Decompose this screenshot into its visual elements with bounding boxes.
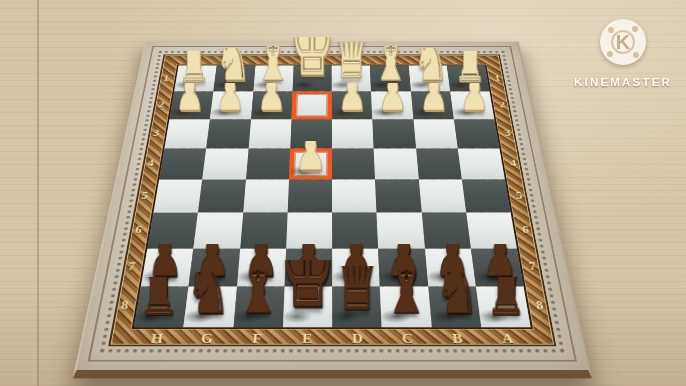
piece-white-pawn-f2[interactable]: ♟ <box>241 83 302 118</box>
wooden-desk-background: 12345678 12345678 HGFEDCBA ♜♞♝♚♛♝♞♜♟♟♟♟♟… <box>0 0 686 386</box>
square-e4[interactable]: ♟ <box>289 148 332 179</box>
square-g5[interactable] <box>198 180 245 213</box>
chessboard: 12345678 12345678 HGFEDCBA ♜♞♝♚♛♝♞♜♟♟♟♟♟… <box>73 42 593 379</box>
piece-white-pawn-a2[interactable]: ♟ <box>444 83 505 118</box>
chessboard-scene: 12345678 12345678 HGFEDCBA ♜♞♝♚♛♝♞♜♟♟♟♟♟… <box>85 0 575 386</box>
piece-white-pawn-e4[interactable]: ♟ <box>278 141 342 178</box>
square-a2[interactable]: ♟ <box>450 92 494 120</box>
square-b4[interactable] <box>416 148 462 179</box>
square-a8[interactable]: ♜ <box>476 286 531 327</box>
square-h4[interactable] <box>159 148 206 179</box>
square-b5[interactable] <box>418 180 466 213</box>
square-c4[interactable] <box>374 148 419 179</box>
square-g4[interactable] <box>202 148 248 179</box>
square-a4[interactable] <box>458 148 505 179</box>
square-d5[interactable] <box>332 180 377 213</box>
kinemaster-logo-icon: K <box>600 19 646 65</box>
square-f2[interactable]: ♟ <box>251 92 293 120</box>
logo-letter: K <box>600 31 646 54</box>
watermark-brand-text: KINEMASTER <box>570 76 676 88</box>
square-h5[interactable] <box>153 180 202 213</box>
kinemaster-watermark: K KINEMASTER <box>570 19 676 88</box>
piece-black-rook-a8[interactable]: ♜ <box>469 277 543 326</box>
square-c5[interactable] <box>375 180 421 213</box>
square-a5[interactable] <box>462 180 511 213</box>
